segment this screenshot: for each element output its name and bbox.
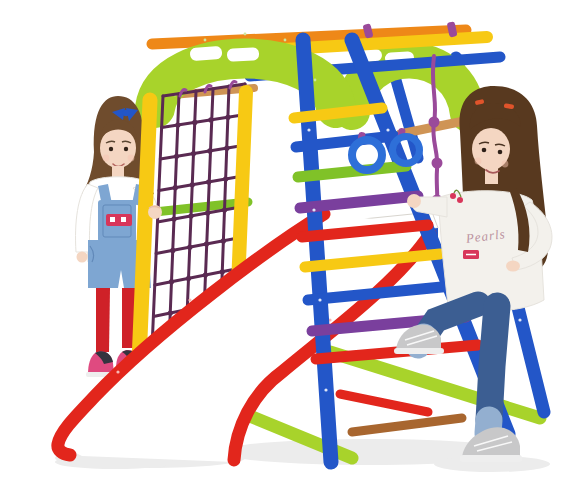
scene-play-complex: Pearls xyxy=(0,0,580,488)
screw-dot xyxy=(318,298,321,301)
cherry-pin xyxy=(450,193,456,199)
left-girl-left-hand xyxy=(77,252,88,263)
left-girl-face xyxy=(100,128,136,168)
lower-bar-wood xyxy=(352,418,462,432)
net-rope xyxy=(156,238,239,254)
cheek xyxy=(475,158,482,165)
screw-dot xyxy=(307,128,310,131)
rail-screw xyxy=(188,298,191,301)
right-girl-eye xyxy=(482,148,487,153)
right-girl-eye xyxy=(498,150,503,155)
hair-bow-knot xyxy=(123,110,129,116)
shirt-print xyxy=(106,214,132,226)
screw-dot xyxy=(518,318,521,321)
left-arch-slot-2 xyxy=(227,47,260,62)
right-girl-standing-leg-jeans xyxy=(489,306,497,420)
arch-hole xyxy=(244,33,247,36)
lower-bar-red xyxy=(340,394,428,412)
cheek xyxy=(128,155,135,162)
cheek xyxy=(502,161,509,168)
screw-dot xyxy=(312,208,315,211)
arch-hole xyxy=(314,79,317,82)
net-rope xyxy=(160,146,243,160)
net-rope xyxy=(159,176,242,190)
left-arch-slot-1 xyxy=(190,46,223,61)
floor-runner-right xyxy=(330,352,540,418)
right-girl-grip-hand xyxy=(407,194,421,208)
cherry-pin xyxy=(457,197,463,203)
left-girl-tights-left xyxy=(96,288,110,352)
rail-screw xyxy=(116,370,119,373)
arch-hole xyxy=(204,39,207,42)
rope-knot xyxy=(429,117,440,128)
left-girl-eye xyxy=(109,147,113,151)
shirt-print-window xyxy=(121,217,126,222)
right-girl-hip-hand xyxy=(506,261,520,272)
rope-knot xyxy=(432,158,443,169)
arch-hole xyxy=(284,39,287,42)
left-girl-eye xyxy=(124,147,128,151)
screw-dot xyxy=(386,128,389,131)
photo-stage: Pearls xyxy=(0,0,580,488)
net-rope xyxy=(162,115,244,128)
screw-dot xyxy=(324,388,327,391)
shirt-print-window xyxy=(110,217,115,222)
shoe-sole xyxy=(460,455,522,462)
shoe-sole xyxy=(394,348,444,354)
cheek xyxy=(103,155,110,162)
